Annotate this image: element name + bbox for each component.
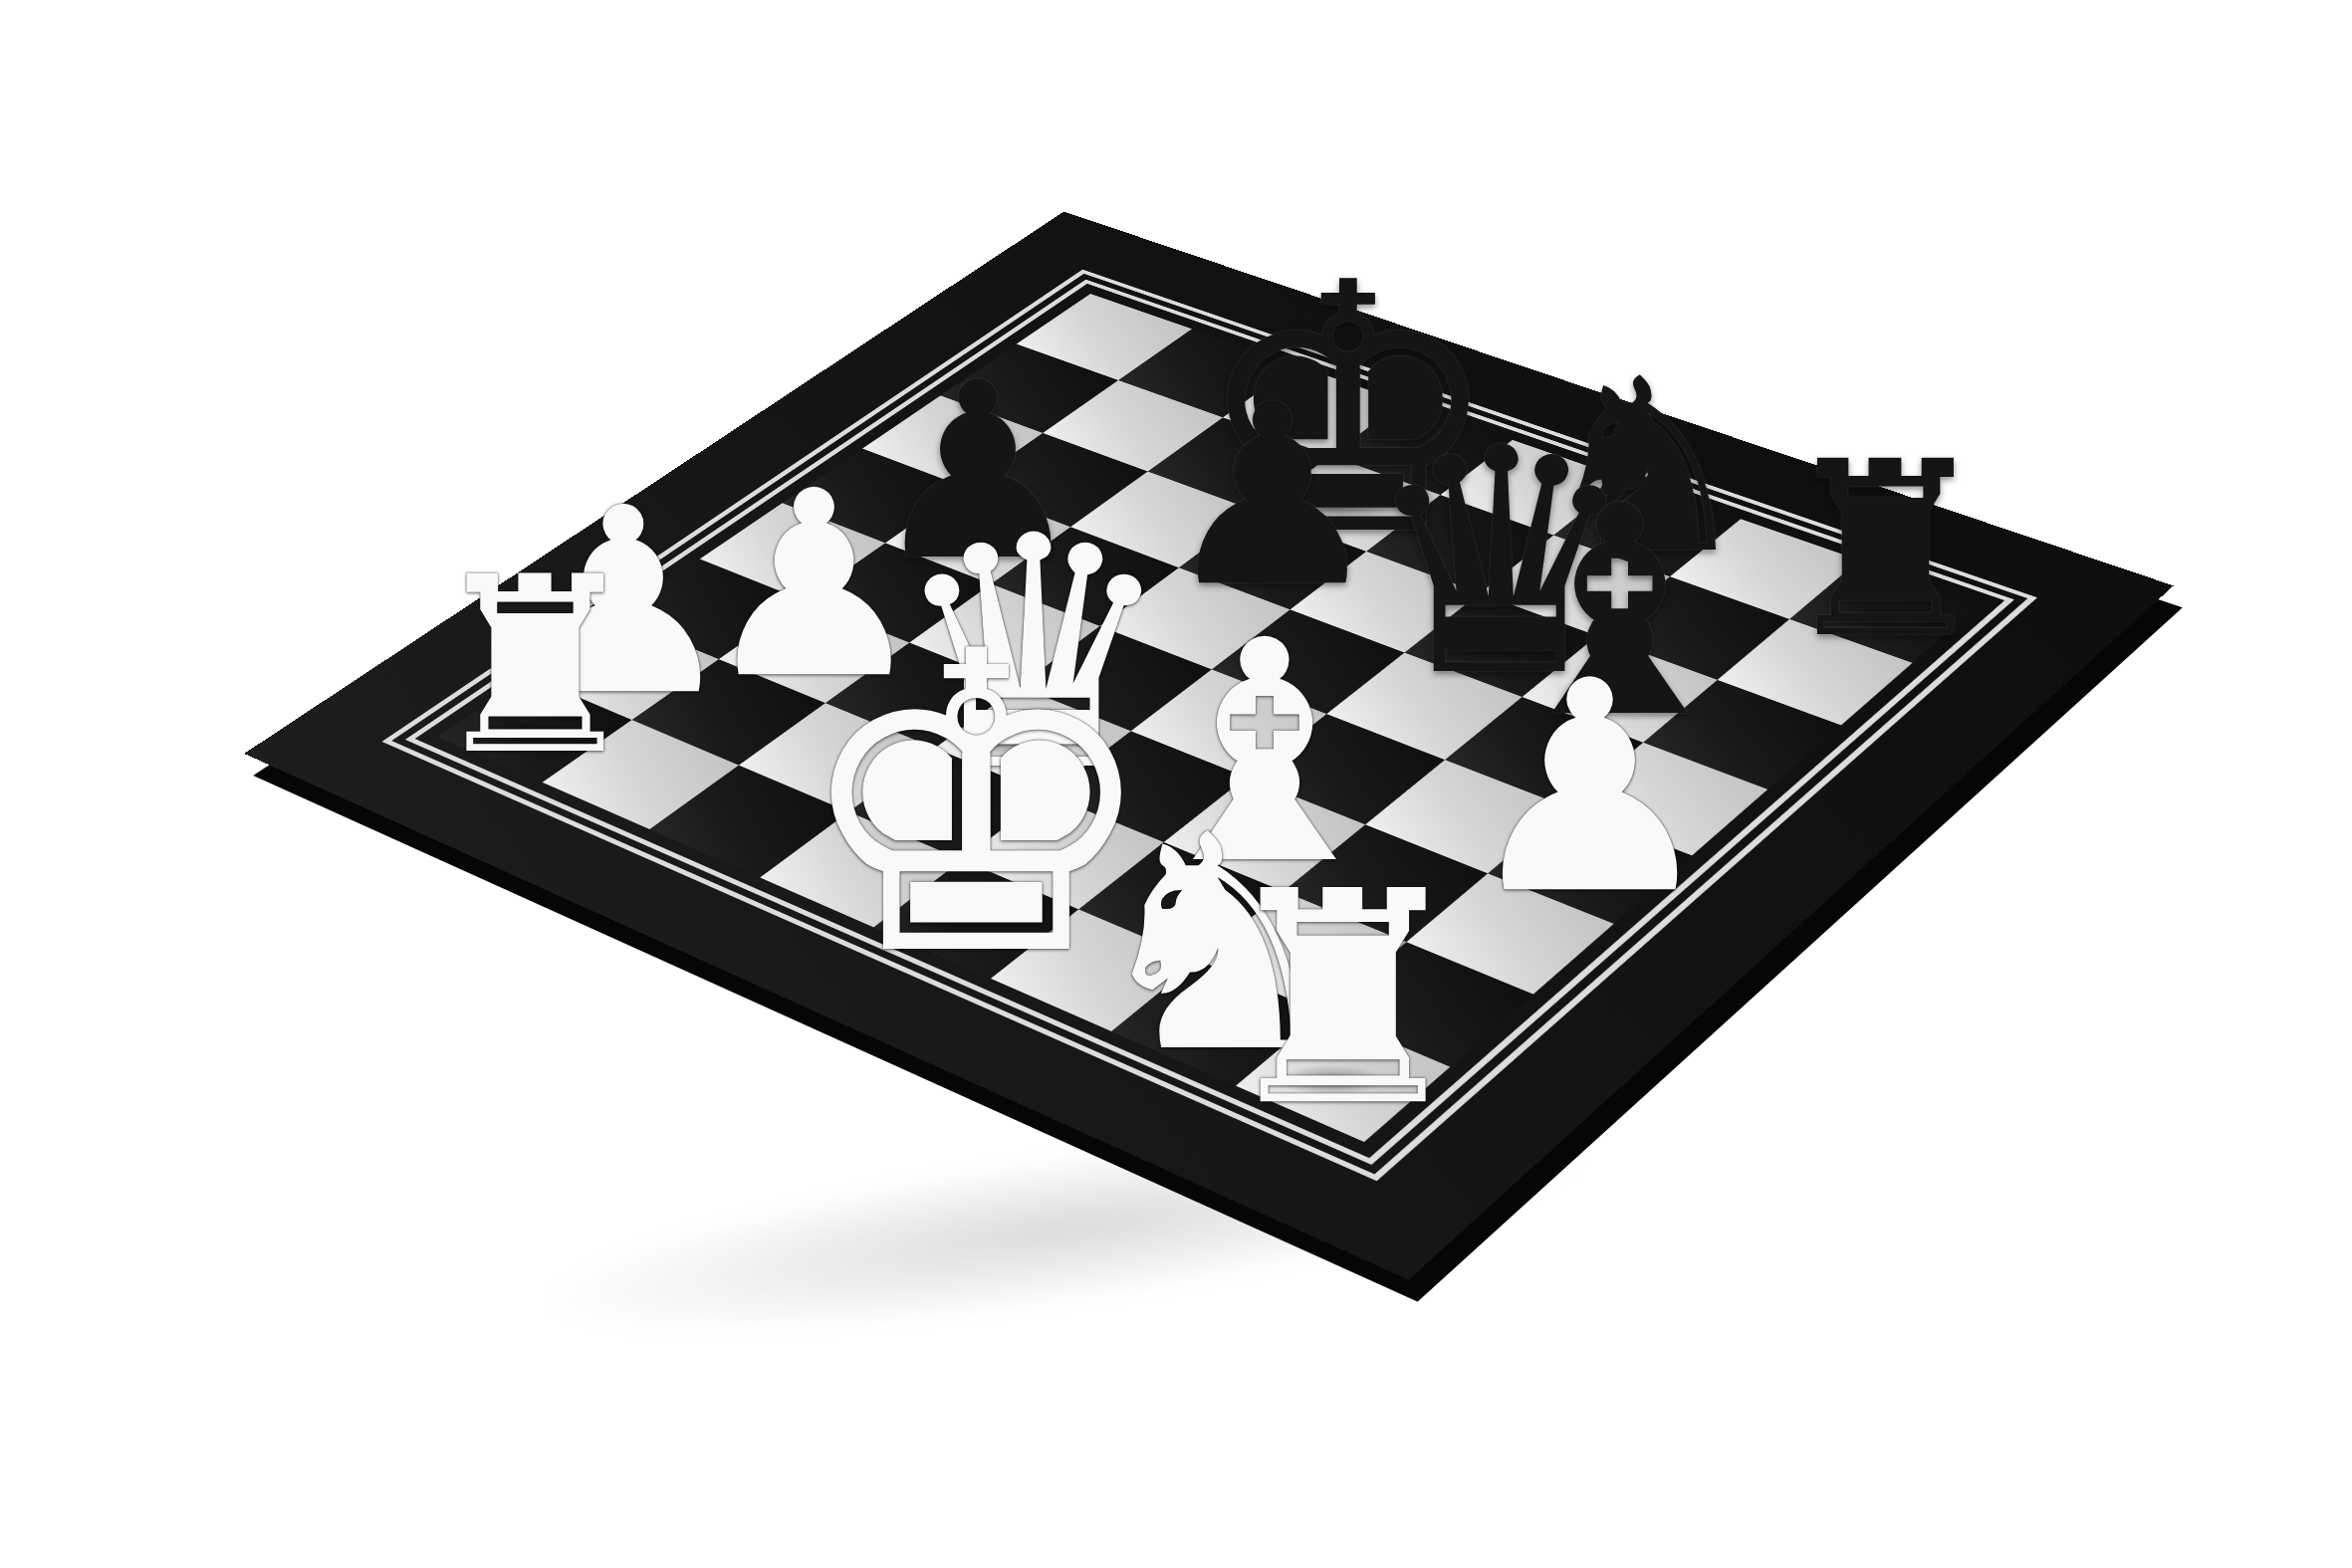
chess-photo-scene: ♜♟♟♛♚♝♞♜♟♟♟♚♛♝♞♜ bbox=[0, 0, 2352, 1568]
chess-board bbox=[244, 212, 2174, 1280]
board-grid bbox=[438, 294, 1982, 1142]
